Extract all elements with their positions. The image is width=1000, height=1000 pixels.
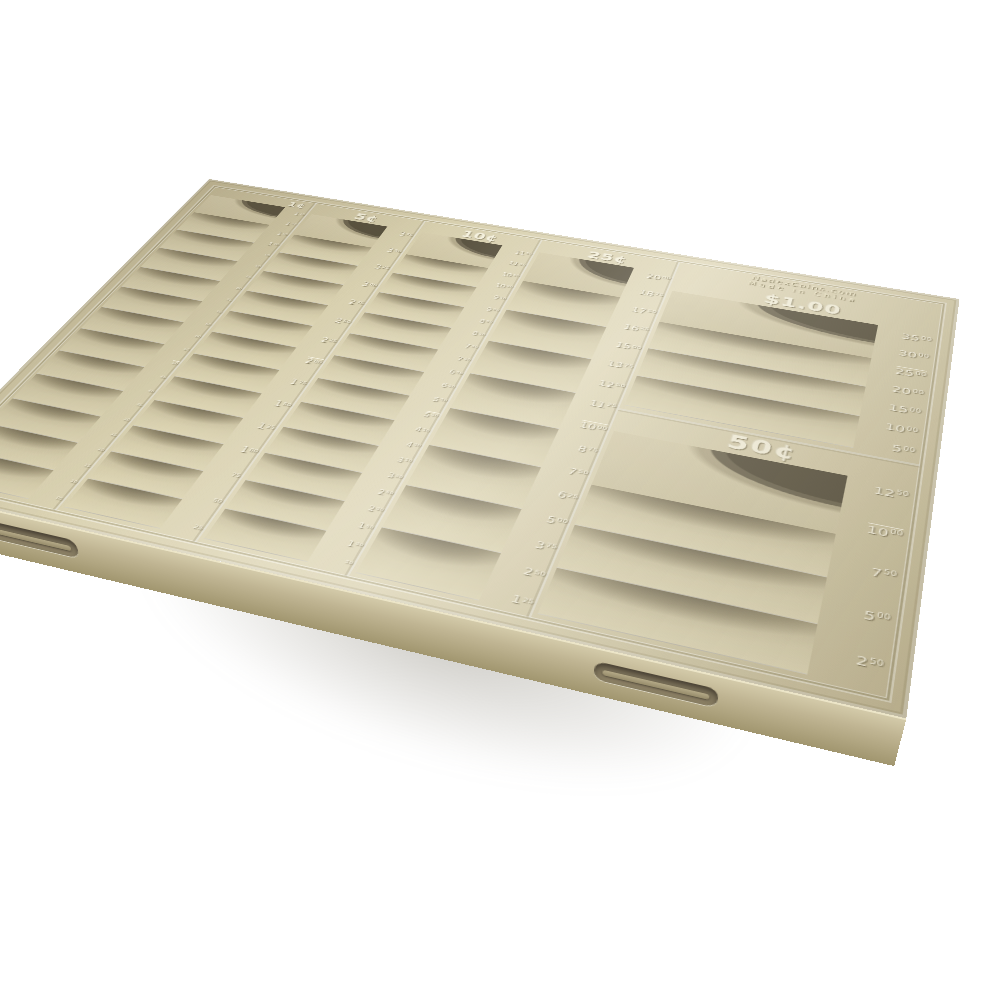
- half-coin-slot: [575, 484, 836, 577]
- nickel-amount-mark: 225: [319, 337, 339, 346]
- quarter-amount-mark: 625: [556, 490, 579, 503]
- dime-coin-slot: [265, 427, 379, 473]
- dime-amount-mark: 300: [386, 472, 403, 481]
- dollar-amount-mark: 3000: [898, 349, 930, 362]
- penny-amount-mark: 10: [66, 479, 78, 486]
- handle-slot-left-bar: [0, 527, 72, 551]
- nickel-amount-mark: 100: [238, 446, 260, 457]
- dollar-amount-mark: 3500: [901, 332, 932, 345]
- nickel-coin-slot: [88, 451, 203, 499]
- quarter-amount-mark: 1875: [638, 289, 665, 299]
- dime-amount-mark: 650: [448, 369, 464, 376]
- dime-amount-mark: 950: [492, 295, 507, 301]
- penny-amount-mark: 30: [120, 417, 131, 424]
- dime-amount-mark: 500: [422, 411, 439, 420]
- half-amount-mark: 1250: [873, 485, 909, 502]
- half-amount-mark: 1000: [866, 522, 904, 541]
- quarter-coin-slot: [356, 527, 501, 600]
- nickel-amount-mark: 75: [227, 472, 242, 482]
- nickel-amount-mark: 175: [288, 378, 308, 388]
- penny-coin-slot: [13, 374, 123, 417]
- dime-amount-mark: 1100: [507, 261, 526, 268]
- nickel-coin-slot: [111, 425, 224, 471]
- nickel-amount-mark: 250: [333, 318, 352, 326]
- half-dollar-label: 50¢: [610, 408, 920, 489]
- quarter-amount-mark: 875: [576, 444, 598, 456]
- dime-amount-mark: 350: [396, 457, 413, 466]
- penny-amount-mark: 40: [145, 388, 156, 394]
- quarter-coin-slot: [406, 445, 541, 509]
- dime-amount-mark: 900: [485, 307, 500, 314]
- penny-amount-mark: 50: [168, 360, 179, 367]
- nickel-amount-mark: 350: [385, 248, 403, 255]
- quarter-amount-mark: 1750: [630, 306, 657, 316]
- penny-amount-mark: 100: [267, 242, 280, 247]
- dollar-amount-mark: 500: [891, 443, 916, 456]
- nickel-amount-mark: 325: [373, 264, 391, 272]
- nickel-amount-mark: 125: [255, 422, 276, 432]
- dime-coin-slot: [204, 509, 326, 562]
- nickel-amount-mark: 300: [360, 281, 378, 289]
- half-coin-slot: [557, 525, 827, 625]
- dime-amount-mark: 150: [356, 522, 374, 532]
- dime-amount-mark: 700: [456, 356, 471, 363]
- half-dollar-value-scale: 12501000750500250: [809, 476, 917, 698]
- quarter-amount-mark: 1500: [614, 341, 642, 352]
- quarter-amount-mark: 2000: [645, 273, 671, 283]
- quarter-coin-slot: [429, 408, 559, 467]
- dollar-section: NadexCoins.com Made in China $1.00 35003…: [619, 262, 943, 464]
- dime-coin-slot: [225, 480, 344, 531]
- dime-coin-slot: [246, 453, 362, 501]
- dime-amount-mark: 250: [377, 488, 395, 497]
- quarter-amount-mark: 1625: [622, 323, 649, 334]
- quarter-amount-mark: 1000: [578, 420, 609, 434]
- penny-amount-mark: 35: [133, 402, 144, 408]
- quarter-amount-mark: 1125: [588, 399, 618, 411]
- dime-amount-mark: 750: [463, 343, 478, 350]
- penny-amount-mark: 115: [293, 212, 306, 217]
- penny-amount-mark: 20: [94, 447, 106, 454]
- dime-amount-mark: 1000: [494, 283, 513, 290]
- dime-coin-slot: [301, 378, 409, 420]
- dime-amount-mark: 50: [341, 559, 353, 568]
- nickel-coin-slot: [64, 479, 182, 529]
- quarter-amount-mark: 250: [522, 566, 547, 580]
- quarter-amount-mark: 375: [534, 540, 559, 554]
- penny-coin-slot: [0, 398, 101, 443]
- dime-amount-mark: 550: [432, 397, 448, 405]
- penny-coin-slot: [0, 424, 78, 471]
- handle-slot-right-bar: [602, 670, 709, 700]
- nickel-amount-mark: 50: [208, 497, 223, 507]
- penny-coin-slot: [0, 450, 53, 499]
- dime-amount-mark: 850: [478, 319, 493, 326]
- nickel-amount-mark: 150: [272, 400, 293, 410]
- dollar-amount-mark: 2000: [891, 384, 924, 398]
- quarter-amount-mark: 1250: [597, 379, 626, 391]
- nickel-amount-mark: 25: [189, 524, 205, 535]
- dime-amount-mark: 800: [471, 331, 486, 338]
- dime-amount-mark: 1050: [501, 272, 520, 279]
- dime-amount-mark: 450: [414, 426, 431, 434]
- quarter-amount-mark: 1375: [606, 360, 635, 371]
- dime-amount-mark: 100: [346, 540, 364, 550]
- penny-amount-mark: 105: [276, 232, 289, 237]
- dollar-amount-mark: 1000: [884, 422, 918, 437]
- dime-amount-mark: 400: [405, 441, 422, 449]
- penny-amount-mark: 25: [107, 432, 118, 439]
- nickel-coin-slot: [154, 376, 261, 418]
- half-amount-mark: 750: [870, 566, 897, 582]
- penny-amount-mark: 05: [52, 495, 64, 502]
- nickel-amount-mark: 275: [347, 299, 366, 307]
- dollar-amount-mark: 2500: [894, 366, 927, 380]
- dime-amount-mark: 1150: [514, 250, 533, 257]
- quarter-coin-slot: [450, 373, 575, 429]
- nickel-amount-mark: 375: [397, 231, 414, 238]
- dime-coin-slot: [283, 402, 394, 446]
- dollar-coin-slot: [625, 376, 860, 448]
- dime-amount-mark: 600: [440, 383, 456, 391]
- penny-amount-mark: 15: [80, 463, 92, 470]
- quarter-coin-slot: [382, 485, 522, 553]
- half-dollar-coin-scoop: [592, 431, 848, 534]
- dollar-amount-mark: 1500: [888, 403, 922, 417]
- nickel-amount-mark: 200: [303, 357, 324, 367]
- penny-amount-mark: 110: [284, 222, 297, 227]
- half-amount-mark: 250: [855, 654, 884, 673]
- penny-amount-mark: 45: [157, 375, 168, 381]
- quarter-amount-mark: 500: [545, 514, 569, 527]
- dime-amount-mark: 200: [367, 505, 385, 514]
- half-dollar-channel: [538, 431, 848, 675]
- quarter-amount-mark: 125: [509, 594, 535, 609]
- half-amount-mark: 500: [863, 608, 891, 626]
- nickel-coin-slot: [133, 400, 243, 444]
- quarter-amount-mark: 750: [566, 467, 589, 479]
